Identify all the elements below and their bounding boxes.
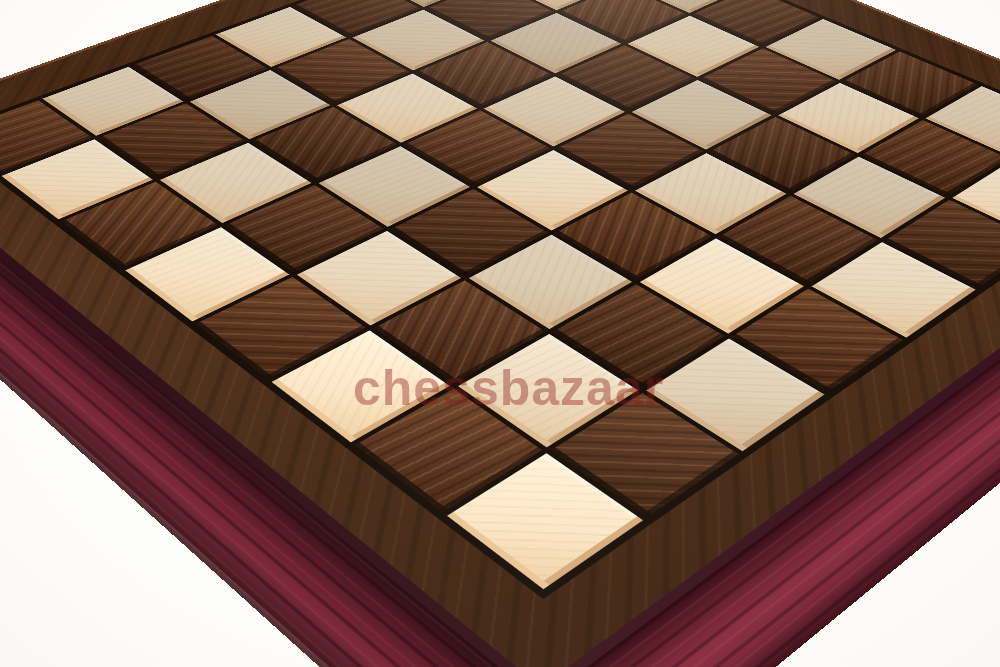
perspective-scene — [0, 0, 1000, 667]
chessboard-photo: chessbazaar — [0, 0, 1000, 667]
chessboard — [0, 0, 1000, 667]
